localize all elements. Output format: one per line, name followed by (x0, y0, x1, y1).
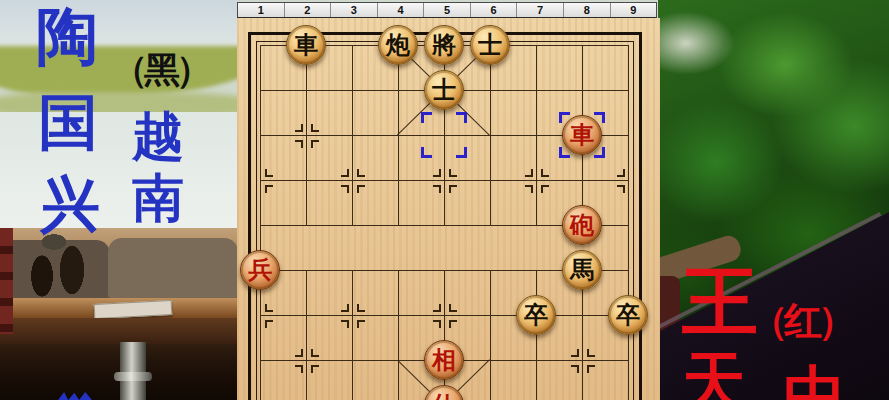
ruler-number-3: 3 (331, 3, 378, 17)
piece-black-士-6-1[interactable]: 士 (470, 25, 510, 65)
ruler-number-8: 8 (564, 3, 611, 17)
ruler-number-6: 6 (471, 3, 518, 17)
grid-col-line-4-bottom (398, 270, 399, 400)
xiangqi-board[interactable]: 車炮將士士車砲兵馬卒卒相仕 (237, 18, 660, 400)
black-side-label: （黑） (112, 52, 208, 88)
table-leg-pole (120, 342, 146, 400)
grid-col-line-6-bottom (490, 270, 491, 400)
screenshot-stage: 陶 （黑） 国 越 兴 南 王 （红） 天 中 123456789 車炮將士士車… (0, 0, 889, 400)
piece-red-兵-1-6[interactable]: 兵 (240, 250, 280, 290)
red-side-label: （红） (750, 302, 852, 340)
piece-black-炮-4-1[interactable]: 炮 (378, 25, 418, 65)
piece-black-士-5-2[interactable]: 士 (424, 70, 464, 110)
grid-col-line-6-top (490, 45, 491, 226)
table-front (0, 318, 238, 344)
piece-black-馬-8-6[interactable]: 馬 (562, 250, 602, 290)
grid-col-line-3-bottom (352, 270, 353, 400)
ruler-number-2: 2 (285, 3, 332, 17)
ruler-number-5: 5 (424, 3, 471, 17)
red-player-name-char-2: 天 (682, 350, 746, 400)
lake-water (0, 112, 238, 230)
bottles-decor (14, 232, 98, 304)
piece-red-相-5-8[interactable]: 相 (424, 340, 464, 380)
grid-col-line-7-top (536, 45, 537, 226)
piece-black-卒-9-7[interactable]: 卒 (608, 295, 648, 335)
black-player-name-char-3: 兴 (40, 174, 100, 234)
piece-red-車-8-3[interactable]: 車 (562, 115, 602, 155)
black-country-char-2: 南 (132, 172, 184, 224)
grid-col-line-2-bottom (306, 270, 307, 400)
piece-black-將-5-1[interactable]: 將 (424, 25, 464, 65)
grid-col-line-5-bottom (444, 270, 445, 400)
piece-black-卒-7-7[interactable]: 卒 (516, 295, 556, 335)
grid-col-line-7-bottom (536, 270, 537, 400)
ruler-number-7: 7 (517, 3, 564, 17)
red-player-name-char-3: 中 (784, 364, 846, 400)
column-number-ruler: 123456789 (237, 2, 657, 18)
red-player-name-char-1: 王 (682, 264, 758, 340)
black-player-name-char-1: 陶 (36, 6, 98, 68)
couch-cushion (108, 238, 238, 298)
black-country-char-1: 越 (132, 110, 184, 162)
ruler-number-9: 9 (611, 3, 657, 17)
table-leg-ring (114, 372, 152, 381)
red-pillar (0, 228, 13, 334)
grid-col-line-2-top (306, 45, 307, 226)
grid-col-line-1 (260, 45, 261, 400)
black-player-name-char-2: 国 (38, 92, 98, 152)
piece-red-砲-8-5[interactable]: 砲 (562, 205, 602, 245)
ruler-number-1: 1 (238, 3, 285, 17)
grid-col-line-9 (628, 45, 629, 400)
piece-black-車-2-1[interactable]: 車 (286, 25, 326, 65)
grid-col-line-3-top (352, 45, 353, 226)
ruler-number-4: 4 (378, 3, 425, 17)
grid-col-line-4-top (398, 45, 399, 226)
